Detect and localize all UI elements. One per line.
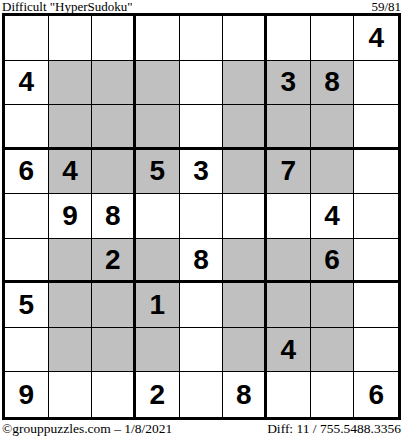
cell-r8c1[interactable] bbox=[5, 328, 49, 373]
cell-r3c3[interactable] bbox=[92, 105, 136, 150]
cell-r3c1[interactable] bbox=[5, 105, 49, 150]
cell-r5c7[interactable] bbox=[267, 194, 311, 239]
cell-r8c7[interactable]: 4 bbox=[267, 328, 311, 373]
cell-r9c4[interactable]: 2 bbox=[136, 372, 180, 417]
cell-r5c2[interactable]: 9 bbox=[49, 194, 93, 239]
cell-r3c4[interactable] bbox=[136, 105, 180, 150]
cell-r4c7[interactable]: 7 bbox=[267, 150, 311, 195]
cell-r1c4[interactable] bbox=[136, 16, 180, 61]
cell-r2c9[interactable] bbox=[354, 61, 398, 106]
puzzle-title: Difficult "HyperSudoku" bbox=[2, 0, 133, 13]
cell-r1c2[interactable] bbox=[49, 16, 93, 61]
cell-r5c3[interactable]: 8 bbox=[92, 194, 136, 239]
cell-r7c2[interactable] bbox=[49, 283, 93, 328]
cell-r4c8[interactable] bbox=[311, 150, 355, 195]
cell-r6c6[interactable] bbox=[223, 239, 267, 284]
cell-r3c9[interactable] bbox=[354, 105, 398, 150]
cell-r7c3[interactable] bbox=[92, 283, 136, 328]
cell-r2c5[interactable] bbox=[180, 61, 224, 106]
cell-r4c9[interactable] bbox=[354, 150, 398, 195]
cell-r3c7[interactable] bbox=[267, 105, 311, 150]
sudoku-board: 4438645379842865149286 bbox=[2, 13, 401, 420]
cell-r1c9[interactable]: 4 bbox=[354, 16, 398, 61]
cell-r5c9[interactable] bbox=[354, 194, 398, 239]
cell-r7c9[interactable] bbox=[354, 283, 398, 328]
cell-r7c4[interactable]: 1 bbox=[136, 283, 180, 328]
cell-r6c5[interactable]: 8 bbox=[180, 239, 224, 284]
cell-r2c8[interactable]: 8 bbox=[311, 61, 355, 106]
cell-r9c7[interactable] bbox=[267, 372, 311, 417]
cell-r9c9[interactable]: 6 bbox=[354, 372, 398, 417]
cell-r4c6[interactable] bbox=[223, 150, 267, 195]
cell-r9c3[interactable] bbox=[92, 372, 136, 417]
cell-r4c2[interactable]: 4 bbox=[49, 150, 93, 195]
cell-r9c6[interactable]: 8 bbox=[223, 372, 267, 417]
cell-r2c4[interactable] bbox=[136, 61, 180, 106]
puzzle-page: Difficult "HyperSudoku" 59/81 4438645379… bbox=[0, 0, 403, 437]
cell-r8c3[interactable] bbox=[92, 328, 136, 373]
cell-r6c8[interactable]: 6 bbox=[311, 239, 355, 284]
cell-r8c9[interactable] bbox=[354, 328, 398, 373]
cell-r1c1[interactable] bbox=[5, 16, 49, 61]
cell-r6c2[interactable] bbox=[49, 239, 93, 284]
cell-r6c4[interactable] bbox=[136, 239, 180, 284]
cell-r8c2[interactable] bbox=[49, 328, 93, 373]
cell-r2c1[interactable]: 4 bbox=[5, 61, 49, 106]
header: Difficult "HyperSudoku" 59/81 bbox=[2, 0, 401, 13]
cell-r1c8[interactable] bbox=[311, 16, 355, 61]
cell-r9c5[interactable] bbox=[180, 372, 224, 417]
difficulty-text: Diff: 11 / 755.5488.3356 bbox=[267, 421, 401, 436]
cell-r7c6[interactable] bbox=[223, 283, 267, 328]
cell-r8c5[interactable] bbox=[180, 328, 224, 373]
cell-r7c5[interactable] bbox=[180, 283, 224, 328]
cell-r4c1[interactable]: 6 bbox=[5, 150, 49, 195]
copyright-text: ©grouppuzzles.com – 1/8/2021 bbox=[2, 421, 172, 436]
cell-r6c9[interactable] bbox=[354, 239, 398, 284]
cell-r6c1[interactable] bbox=[5, 239, 49, 284]
cell-r7c1[interactable]: 5 bbox=[5, 283, 49, 328]
cell-r9c8[interactable] bbox=[311, 372, 355, 417]
cell-r1c3[interactable] bbox=[92, 16, 136, 61]
cell-r3c2[interactable] bbox=[49, 105, 93, 150]
cell-r2c6[interactable] bbox=[223, 61, 267, 106]
cell-r5c4[interactable] bbox=[136, 194, 180, 239]
empty-cell-counter: 59/81 bbox=[371, 0, 401, 13]
cell-r8c8[interactable] bbox=[311, 328, 355, 373]
cell-r7c7[interactable] bbox=[267, 283, 311, 328]
cell-r8c6[interactable] bbox=[223, 328, 267, 373]
cell-r3c6[interactable] bbox=[223, 105, 267, 150]
cell-r5c1[interactable] bbox=[5, 194, 49, 239]
cell-r1c6[interactable] bbox=[223, 16, 267, 61]
cell-r3c5[interactable] bbox=[180, 105, 224, 150]
cell-r9c2[interactable] bbox=[49, 372, 93, 417]
cell-r1c7[interactable] bbox=[267, 16, 311, 61]
cell-r9c1[interactable]: 9 bbox=[5, 372, 49, 417]
cell-r3c8[interactable] bbox=[311, 105, 355, 150]
cell-r4c3[interactable] bbox=[92, 150, 136, 195]
cell-r8c4[interactable] bbox=[136, 328, 180, 373]
cell-r5c5[interactable] bbox=[180, 194, 224, 239]
cell-r2c7[interactable]: 3 bbox=[267, 61, 311, 106]
cell-r6c3[interactable]: 2 bbox=[92, 239, 136, 284]
cell-r2c2[interactable] bbox=[49, 61, 93, 106]
cell-r1c5[interactable] bbox=[180, 16, 224, 61]
footer: ©grouppuzzles.com – 1/8/2021 Diff: 11 / … bbox=[2, 420, 401, 437]
cell-r4c5[interactable]: 3 bbox=[180, 150, 224, 195]
cell-r4c4[interactable]: 5 bbox=[136, 150, 180, 195]
cell-r2c3[interactable] bbox=[92, 61, 136, 106]
cell-r6c7[interactable] bbox=[267, 239, 311, 284]
cell-r7c8[interactable] bbox=[311, 283, 355, 328]
cell-r5c6[interactable] bbox=[223, 194, 267, 239]
cell-r5c8[interactable]: 4 bbox=[311, 194, 355, 239]
